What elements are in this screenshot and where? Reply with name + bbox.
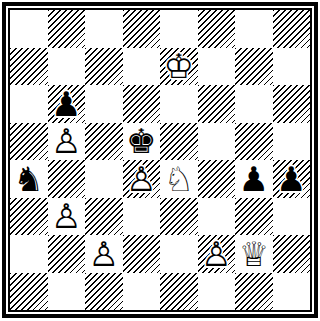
square-c8[interactable] xyxy=(85,10,123,48)
square-a4[interactable]: ♞♞ xyxy=(10,160,48,198)
square-g7[interactable] xyxy=(235,48,273,86)
square-b5[interactable]: ♟♙ xyxy=(48,123,86,161)
square-c2[interactable]: ♟♙ xyxy=(85,235,123,273)
square-c4[interactable] xyxy=(85,160,123,198)
square-f8[interactable] xyxy=(198,10,236,48)
square-d6[interactable] xyxy=(123,85,161,123)
piece-white-pawn: ♙ xyxy=(85,235,123,273)
square-f3[interactable] xyxy=(198,198,236,236)
square-c3[interactable] xyxy=(85,198,123,236)
square-g5[interactable] xyxy=(235,123,273,161)
square-h7[interactable] xyxy=(273,48,311,86)
square-f2[interactable]: ♟♙ xyxy=(198,235,236,273)
square-b2[interactable] xyxy=(48,235,86,273)
square-h2[interactable] xyxy=(273,235,311,273)
square-d2[interactable] xyxy=(123,235,161,273)
square-g4[interactable]: ♟♟ xyxy=(235,160,273,198)
square-d8[interactable] xyxy=(123,10,161,48)
piece-halo: ♟ xyxy=(198,235,236,273)
square-a7[interactable] xyxy=(10,48,48,86)
square-h1[interactable] xyxy=(273,273,311,311)
square-a3[interactable] xyxy=(10,198,48,236)
board-outer-frame: ♚♔♟♟♟♙♚♚♞♞♟♙♞♘♟♟♟♟♟♙♟♙♟♙♛♕ xyxy=(2,2,318,318)
square-c5[interactable] xyxy=(85,123,123,161)
square-g2[interactable]: ♛♕ xyxy=(235,235,273,273)
piece-halo: ♟ xyxy=(48,85,86,123)
piece-black-knight: ♞ xyxy=(10,160,48,198)
square-a6[interactable] xyxy=(10,85,48,123)
square-e4[interactable]: ♞♘ xyxy=(160,160,198,198)
square-g6[interactable] xyxy=(235,85,273,123)
square-b6[interactable]: ♟♟ xyxy=(48,85,86,123)
square-g8[interactable] xyxy=(235,10,273,48)
piece-white-queen: ♕ xyxy=(235,235,273,273)
board-inner-frame: ♚♔♟♟♟♙♚♚♞♞♟♙♞♘♟♟♟♟♟♙♟♙♟♙♛♕ xyxy=(8,8,312,312)
square-d1[interactable] xyxy=(123,273,161,311)
square-a1[interactable] xyxy=(10,273,48,311)
square-a2[interactable] xyxy=(10,235,48,273)
square-b4[interactable] xyxy=(48,160,86,198)
square-h5[interactable] xyxy=(273,123,311,161)
piece-halo: ♟ xyxy=(85,235,123,273)
piece-halo: ♞ xyxy=(10,160,48,198)
square-e2[interactable] xyxy=(160,235,198,273)
square-c1[interactable] xyxy=(85,273,123,311)
square-e8[interactable] xyxy=(160,10,198,48)
square-f1[interactable] xyxy=(198,273,236,311)
square-h6[interactable] xyxy=(273,85,311,123)
piece-black-pawn: ♟ xyxy=(273,160,311,198)
piece-white-pawn: ♙ xyxy=(123,160,161,198)
square-e3[interactable] xyxy=(160,198,198,236)
piece-white-pawn: ♙ xyxy=(48,198,86,236)
square-h4[interactable]: ♟♟ xyxy=(273,160,311,198)
piece-black-king: ♚ xyxy=(123,123,161,161)
piece-white-king: ♔ xyxy=(160,48,198,86)
square-f6[interactable] xyxy=(198,85,236,123)
square-e7[interactable]: ♚♔ xyxy=(160,48,198,86)
square-c6[interactable] xyxy=(85,85,123,123)
square-b1[interactable] xyxy=(48,273,86,311)
diagram-page: ♚♔♟♟♟♙♚♚♞♞♟♙♞♘♟♟♟♟♟♙♟♙♟♙♛♕ xyxy=(0,0,320,321)
piece-halo: ♟ xyxy=(48,198,86,236)
square-g3[interactable] xyxy=(235,198,273,236)
piece-halo: ♟ xyxy=(273,160,311,198)
piece-white-pawn: ♙ xyxy=(198,235,236,273)
piece-halo: ♞ xyxy=(160,160,198,198)
square-c7[interactable] xyxy=(85,48,123,86)
piece-halo: ♚ xyxy=(160,48,198,86)
square-e6[interactable] xyxy=(160,85,198,123)
square-b8[interactable] xyxy=(48,10,86,48)
piece-halo: ♟ xyxy=(48,123,86,161)
piece-halo: ♟ xyxy=(235,160,273,198)
square-d7[interactable] xyxy=(123,48,161,86)
chess-board: ♚♔♟♟♟♙♚♚♞♞♟♙♞♘♟♟♟♟♟♙♟♙♟♙♛♕ xyxy=(10,10,310,310)
square-a8[interactable] xyxy=(10,10,48,48)
square-g1[interactable] xyxy=(235,273,273,311)
piece-halo: ♛ xyxy=(235,235,273,273)
square-f5[interactable] xyxy=(198,123,236,161)
square-e5[interactable] xyxy=(160,123,198,161)
piece-black-pawn: ♟ xyxy=(48,85,86,123)
piece-halo: ♚ xyxy=(123,123,161,161)
piece-halo: ♟ xyxy=(123,160,161,198)
square-e1[interactable] xyxy=(160,273,198,311)
square-d5[interactable]: ♚♚ xyxy=(123,123,161,161)
piece-white-pawn: ♙ xyxy=(48,123,86,161)
square-h8[interactable] xyxy=(273,10,311,48)
square-h3[interactable] xyxy=(273,198,311,236)
square-f7[interactable] xyxy=(198,48,236,86)
square-d4[interactable]: ♟♙ xyxy=(123,160,161,198)
piece-black-pawn: ♟ xyxy=(235,160,273,198)
square-b3[interactable]: ♟♙ xyxy=(48,198,86,236)
piece-white-knight: ♘ xyxy=(160,160,198,198)
square-d3[interactable] xyxy=(123,198,161,236)
square-a5[interactable] xyxy=(10,123,48,161)
square-b7[interactable] xyxy=(48,48,86,86)
square-f4[interactable] xyxy=(198,160,236,198)
